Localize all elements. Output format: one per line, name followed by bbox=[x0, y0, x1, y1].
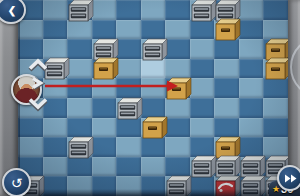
board-tile[interactable] bbox=[43, 176, 68, 196]
board-tile[interactable] bbox=[263, 98, 288, 118]
board-tile[interactable] bbox=[116, 176, 141, 196]
board-tile[interactable] bbox=[43, 157, 68, 177]
board-tile[interactable] bbox=[18, 137, 43, 157]
board-tile[interactable] bbox=[141, 157, 166, 177]
board-tile[interactable] bbox=[67, 59, 92, 79]
board-tile[interactable] bbox=[239, 20, 264, 40]
fast-forward-icon bbox=[283, 172, 298, 185]
undo-button[interactable]: ↺ bbox=[2, 168, 31, 196]
board-tile[interactable] bbox=[92, 118, 117, 138]
board-tile[interactable] bbox=[67, 39, 92, 59]
back-icon: ❮ bbox=[8, 5, 16, 16]
silver-piece[interactable] bbox=[191, 0, 217, 22]
board-tile[interactable] bbox=[116, 118, 141, 138]
silver-piece[interactable] bbox=[240, 174, 266, 196]
undo-icon: ↺ bbox=[11, 175, 23, 191]
board-tile[interactable] bbox=[18, 20, 43, 40]
silver-piece[interactable] bbox=[117, 96, 143, 120]
board-tile[interactable] bbox=[18, 39, 43, 59]
board-tile[interactable] bbox=[239, 118, 264, 138]
dial-arc-decoration bbox=[290, 36, 300, 98]
board-tile[interactable] bbox=[67, 20, 92, 40]
board-tile[interactable] bbox=[92, 137, 117, 157]
move-up-arrow-button[interactable] bbox=[27, 57, 49, 74]
board-tile[interactable] bbox=[190, 78, 215, 98]
board-tile[interactable] bbox=[43, 137, 68, 157]
fast-forward-button[interactable] bbox=[277, 165, 300, 191]
board-tile[interactable] bbox=[165, 118, 190, 138]
board-tile[interactable] bbox=[67, 98, 92, 118]
board-tile[interactable] bbox=[67, 176, 92, 196]
red-piece[interactable] bbox=[215, 174, 241, 196]
game-stage: ❮ ↺ ★ 30 bbox=[0, 0, 300, 196]
gold-piece[interactable] bbox=[215, 17, 241, 41]
board-tile[interactable] bbox=[67, 157, 92, 177]
board-tile[interactable] bbox=[239, 0, 264, 20]
board-tile[interactable] bbox=[190, 118, 215, 138]
board-tile[interactable] bbox=[116, 0, 141, 20]
silver-piece[interactable] bbox=[142, 37, 168, 61]
board-tile[interactable] bbox=[165, 20, 190, 40]
gold-piece[interactable] bbox=[265, 56, 291, 80]
silver-piece[interactable] bbox=[68, 135, 94, 159]
board-tile[interactable] bbox=[43, 118, 68, 138]
board-tile[interactable] bbox=[263, 118, 288, 138]
board-tile[interactable] bbox=[92, 98, 117, 118]
move-right-arrow-button[interactable] bbox=[29, 76, 46, 91]
board-tile[interactable] bbox=[141, 0, 166, 20]
board-tile[interactable] bbox=[92, 157, 117, 177]
board-tile[interactable] bbox=[43, 20, 68, 40]
silver-piece[interactable] bbox=[166, 174, 192, 196]
board-tile[interactable] bbox=[18, 118, 43, 138]
move-arrow-icon bbox=[44, 79, 178, 93]
board-tile[interactable] bbox=[190, 20, 215, 40]
board-tile[interactable] bbox=[239, 78, 264, 98]
board-tile[interactable] bbox=[263, 78, 288, 98]
board-tile[interactable] bbox=[92, 0, 117, 20]
board-tile[interactable] bbox=[165, 137, 190, 157]
board-tile[interactable] bbox=[190, 98, 215, 118]
board-tile[interactable] bbox=[214, 78, 239, 98]
board-tile[interactable] bbox=[116, 39, 141, 59]
board-tile[interactable] bbox=[190, 59, 215, 79]
board-tile[interactable] bbox=[116, 20, 141, 40]
board-tile[interactable] bbox=[214, 59, 239, 79]
gold-piece[interactable] bbox=[142, 115, 168, 139]
board-tile[interactable] bbox=[43, 0, 68, 20]
board-tile[interactable] bbox=[165, 0, 190, 20]
silver-piece[interactable] bbox=[191, 154, 217, 178]
board-tile[interactable] bbox=[214, 39, 239, 59]
board-tile[interactable] bbox=[165, 98, 190, 118]
board-tile[interactable] bbox=[116, 59, 141, 79]
board-tile[interactable] bbox=[239, 59, 264, 79]
board-tile[interactable] bbox=[141, 59, 166, 79]
board-tile[interactable] bbox=[116, 137, 141, 157]
board-tile[interactable] bbox=[141, 137, 166, 157]
board-tile[interactable] bbox=[239, 98, 264, 118]
board-tile[interactable] bbox=[141, 176, 166, 196]
silver-piece[interactable] bbox=[68, 0, 94, 22]
board-tile[interactable] bbox=[214, 98, 239, 118]
board-tile[interactable] bbox=[190, 176, 215, 196]
move-down-arrow-button[interactable] bbox=[27, 95, 49, 112]
board-tile[interactable] bbox=[116, 157, 141, 177]
board-tile[interactable] bbox=[190, 39, 215, 59]
gold-piece[interactable] bbox=[93, 56, 119, 80]
board-tile[interactable] bbox=[263, 0, 288, 20]
board-tile[interactable] bbox=[92, 176, 117, 196]
board-tile[interactable] bbox=[239, 39, 264, 59]
board-tile[interactable] bbox=[165, 39, 190, 59]
